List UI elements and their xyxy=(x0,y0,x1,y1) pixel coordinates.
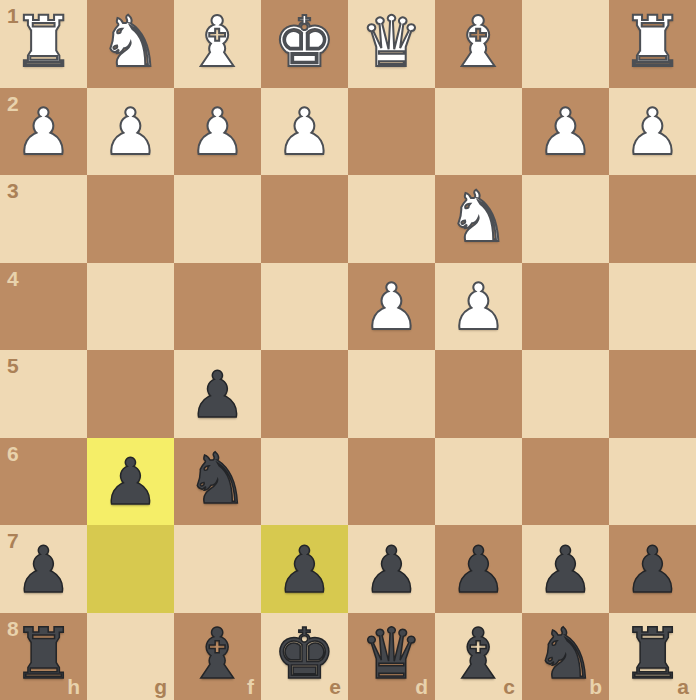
black-pawn-h7[interactable]: ♟ xyxy=(15,538,72,602)
square-d3[interactable] xyxy=(348,175,435,263)
black-pawn-g6[interactable]: ♟ xyxy=(102,450,159,514)
square-e2[interactable]: ♟ xyxy=(261,88,348,176)
square-a7[interactable]: ♟ xyxy=(609,525,696,613)
black-pawn-a7[interactable]: ♟ xyxy=(624,538,681,602)
white-pawn-f2[interactable]: ♟ xyxy=(189,100,246,164)
square-a4[interactable] xyxy=(609,263,696,351)
black-knight-b8[interactable]: ♞ xyxy=(534,619,597,689)
square-a6[interactable] xyxy=(609,438,696,526)
square-f4[interactable] xyxy=(174,263,261,351)
white-rook-a1[interactable]: ♜ xyxy=(621,7,684,77)
white-knight-c3[interactable]: ♞ xyxy=(447,182,510,252)
square-g5[interactable] xyxy=(87,350,174,438)
square-h6[interactable]: 6 xyxy=(0,438,87,526)
square-h1[interactable]: 1♜ xyxy=(0,0,87,88)
black-bishop-f8[interactable]: ♝ xyxy=(186,619,249,689)
square-c6[interactable] xyxy=(435,438,522,526)
square-b1[interactable] xyxy=(522,0,609,88)
white-bishop-f1[interactable]: ♝ xyxy=(186,7,249,77)
square-g8[interactable]: g xyxy=(87,613,174,700)
white-bishop-c1[interactable]: ♝ xyxy=(447,7,510,77)
square-c1[interactable]: ♝ xyxy=(435,0,522,88)
square-c7[interactable]: ♟ xyxy=(435,525,522,613)
square-f8[interactable]: f♝ xyxy=(174,613,261,700)
white-pawn-a2[interactable]: ♟ xyxy=(624,100,681,164)
square-f2[interactable]: ♟ xyxy=(174,88,261,176)
black-king-e8[interactable]: ♚ xyxy=(273,619,336,689)
square-d8[interactable]: d♛ xyxy=(348,613,435,700)
square-h5[interactable]: 5 xyxy=(0,350,87,438)
square-d2[interactable] xyxy=(348,88,435,176)
square-a1[interactable]: ♜ xyxy=(609,0,696,88)
square-c8[interactable]: c♝ xyxy=(435,613,522,700)
square-c3[interactable]: ♞ xyxy=(435,175,522,263)
white-queen-d1[interactable]: ♛ xyxy=(360,7,423,77)
square-f5[interactable]: ♟ xyxy=(174,350,261,438)
square-h3[interactable]: 3 xyxy=(0,175,87,263)
square-h7[interactable]: 7♟ xyxy=(0,525,87,613)
square-b6[interactable] xyxy=(522,438,609,526)
white-pawn-d4[interactable]: ♟ xyxy=(363,275,420,339)
square-h2[interactable]: 2♟ xyxy=(0,88,87,176)
square-e5[interactable] xyxy=(261,350,348,438)
square-g2[interactable]: ♟ xyxy=(87,88,174,176)
black-pawn-e7[interactable]: ♟ xyxy=(276,538,333,602)
square-f3[interactable] xyxy=(174,175,261,263)
square-b3[interactable] xyxy=(522,175,609,263)
chess-board: 1♜♞♝♚♛♝♜2♟♟♟♟♟♟3♞4♟♟5♟6♟♞7♟♟♟♟♟♟8h♜gf♝e♚… xyxy=(0,0,696,700)
square-g3[interactable] xyxy=(87,175,174,263)
black-rook-h8[interactable]: ♜ xyxy=(12,619,75,689)
black-pawn-f5[interactable]: ♟ xyxy=(189,363,246,427)
black-pawn-c7[interactable]: ♟ xyxy=(450,538,507,602)
square-e3[interactable] xyxy=(261,175,348,263)
rank-label-5: 5 xyxy=(7,355,19,376)
white-pawn-h2[interactable]: ♟ xyxy=(15,100,72,164)
white-pawn-g2[interactable]: ♟ xyxy=(102,100,159,164)
square-b7[interactable]: ♟ xyxy=(522,525,609,613)
square-g4[interactable] xyxy=(87,263,174,351)
black-pawn-d7[interactable]: ♟ xyxy=(363,538,420,602)
rank-label-6: 6 xyxy=(7,443,19,464)
square-g6[interactable]: ♟ xyxy=(87,438,174,526)
square-c2[interactable] xyxy=(435,88,522,176)
square-e6[interactable] xyxy=(261,438,348,526)
square-a5[interactable] xyxy=(609,350,696,438)
white-pawn-b2[interactable]: ♟ xyxy=(537,100,594,164)
square-a8[interactable]: a♜ xyxy=(609,613,696,700)
black-pawn-b7[interactable]: ♟ xyxy=(537,538,594,602)
rank-label-4: 4 xyxy=(7,268,19,289)
square-a2[interactable]: ♟ xyxy=(609,88,696,176)
square-e1[interactable]: ♚ xyxy=(261,0,348,88)
black-queen-d8[interactable]: ♛ xyxy=(360,619,423,689)
square-d1[interactable]: ♛ xyxy=(348,0,435,88)
white-king-e1[interactable]: ♚ xyxy=(273,7,336,77)
square-a3[interactable] xyxy=(609,175,696,263)
file-label-g: g xyxy=(154,676,167,697)
rank-label-3: 3 xyxy=(7,180,19,201)
square-e8[interactable]: e♚ xyxy=(261,613,348,700)
square-f7[interactable] xyxy=(174,525,261,613)
square-g1[interactable]: ♞ xyxy=(87,0,174,88)
square-b8[interactable]: b♞ xyxy=(522,613,609,700)
square-b5[interactable] xyxy=(522,350,609,438)
square-h4[interactable]: 4 xyxy=(0,263,87,351)
square-d4[interactable]: ♟ xyxy=(348,263,435,351)
white-knight-g1[interactable]: ♞ xyxy=(99,7,162,77)
black-bishop-c8[interactable]: ♝ xyxy=(447,619,510,689)
black-knight-f6[interactable]: ♞ xyxy=(186,444,249,514)
square-h8[interactable]: 8h♜ xyxy=(0,613,87,700)
square-g7[interactable] xyxy=(87,525,174,613)
square-f1[interactable]: ♝ xyxy=(174,0,261,88)
white-pawn-e2[interactable]: ♟ xyxy=(276,100,333,164)
square-e4[interactable] xyxy=(261,263,348,351)
square-c4[interactable]: ♟ xyxy=(435,263,522,351)
square-f6[interactable]: ♞ xyxy=(174,438,261,526)
square-b4[interactable] xyxy=(522,263,609,351)
square-c5[interactable] xyxy=(435,350,522,438)
square-d7[interactable]: ♟ xyxy=(348,525,435,613)
square-b2[interactable]: ♟ xyxy=(522,88,609,176)
square-e7[interactable]: ♟ xyxy=(261,525,348,613)
black-rook-a8[interactable]: ♜ xyxy=(621,619,684,689)
square-d6[interactable] xyxy=(348,438,435,526)
white-rook-h1[interactable]: ♜ xyxy=(12,7,75,77)
square-d5[interactable] xyxy=(348,350,435,438)
white-pawn-c4[interactable]: ♟ xyxy=(450,275,507,339)
